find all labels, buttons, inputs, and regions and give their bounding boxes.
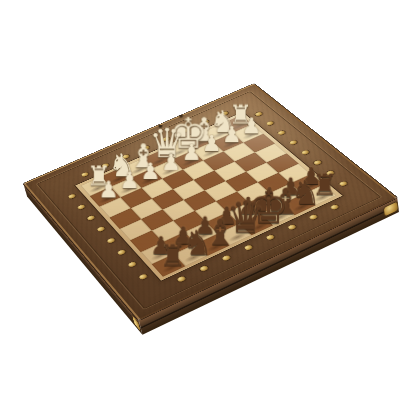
piece-brown-rook[interactable]: ♜ [159, 242, 185, 270]
chess-box: ♜♞♝♛♚♝♞♜♟♟♟♟♟♟♟♟♟♟♟♟♟♟♟♟♜♞♝♛♚♝♞♜ [23, 84, 397, 321]
piece-white-pawn[interactable]: ♟ [200, 134, 223, 154]
piece-white-pawn[interactable]: ♟ [159, 152, 182, 173]
piece-white-pawn[interactable]: ♟ [180, 143, 203, 164]
piece-white-pawn[interactable]: ♟ [139, 161, 163, 182]
brass-latch-icon [384, 202, 398, 217]
chess-set-scene: ♜♞♝♛♚♝♞♜♟♟♟♟♟♟♟♟♟♟♟♟♟♟♟♟♜♞♝♛♚♝♞♜ [0, 0, 400, 400]
board-frame: ♜♞♝♛♚♝♞♜♟♟♟♟♟♟♟♟♟♟♟♟♟♟♟♟♜♞♝♛♚♝♞♜ [23, 84, 397, 321]
piece-white-pawn[interactable]: ♟ [118, 170, 142, 191]
piece-white-pawn[interactable]: ♟ [220, 125, 243, 145]
product-photo: ♜♞♝♛♚♝♞♜♟♟♟♟♟♟♟♟♟♟♟♟♟♟♟♟♜♞♝♛♚♝♞♜ [0, 0, 400, 400]
piece-white-pawn[interactable]: ♟ [97, 179, 121, 200]
piece-white-pawn[interactable]: ♟ [240, 116, 263, 136]
